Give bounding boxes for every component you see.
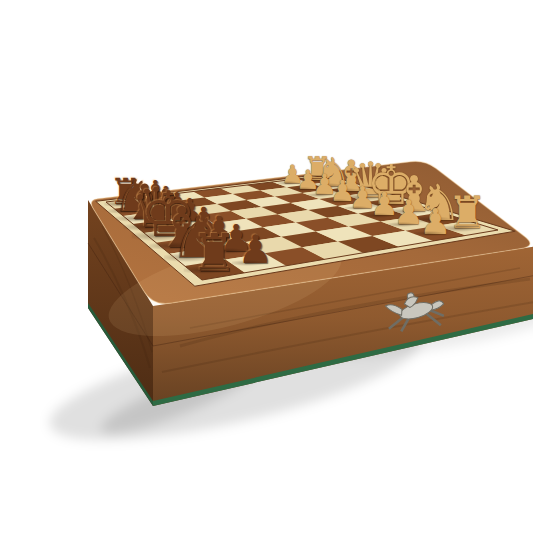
piece-shadow [441, 225, 480, 232]
black-bishop-glyph: ♝ [154, 199, 211, 256]
piece-shadow [104, 201, 135, 206]
piece-shadow [299, 178, 327, 183]
piece-white-knight-g1: ♞ [414, 178, 464, 228]
piece-white-pawn-a2: ♟ [280, 162, 306, 188]
piece-shadow [308, 193, 332, 197]
piece-black-knight-g8: ♞ [168, 209, 226, 267]
black-pawn-glyph: ♟ [218, 220, 255, 257]
black-bishop-glyph: ♝ [121, 178, 170, 227]
piece-shadow [342, 194, 384, 201]
piece-shadow [164, 253, 213, 262]
piece-white-pawn-h2: ♟ [418, 204, 453, 239]
piece-black-pawn-e7: ♟ [187, 203, 220, 236]
piece-white-queen-d1: ♛ [346, 157, 395, 206]
piece-shadow [132, 231, 186, 240]
piece-shadow [292, 187, 315, 191]
piece-black-knight-b8: ♞ [112, 174, 156, 218]
white-knight-glyph: ♞ [314, 153, 354, 193]
piece-black-pawn-c7: ♟ [162, 189, 192, 219]
black-knight-glyph: ♞ [168, 209, 226, 267]
piece-black-pawn-g7: ♟ [218, 220, 255, 257]
piece-shadow [326, 199, 351, 203]
black-queen-glyph: ♛ [128, 181, 183, 236]
piece-shadow [116, 215, 158, 222]
chess-set-photo: ♜♟♞♟♝♟♛♟♟♜♚♟♟♞♝♟♟♝♞♟♟♛♜♟♟♚♟♝♟♞♟♜ Angled … [40, 16, 533, 533]
piece-black-rook-h8: ♜ [188, 227, 240, 279]
white-pawn-glyph: ♟ [328, 177, 357, 206]
piece-white-bishop-f1: ♝ [389, 170, 439, 220]
black-knight-glyph: ♞ [112, 174, 156, 218]
piece-black-pawn-a7: ♟ [142, 177, 170, 205]
piece-shadow [198, 238, 228, 243]
white-pawn-glyph: ♟ [311, 171, 339, 199]
piece-shadow [184, 228, 213, 233]
white-queen-glyph: ♛ [346, 157, 395, 206]
piece-shadow [326, 188, 363, 194]
black-pawn-glyph: ♟ [201, 211, 236, 246]
white-pawn-glyph: ♟ [280, 162, 306, 188]
pieces-layer: ♜♟♞♟♝♟♛♟♟♜♚♟♟♞♝♟♟♝♞♟♟♛♜♟♟♚♟♝♟♞♟♜ [40, 16, 533, 533]
black-pawn-glyph: ♟ [162, 189, 192, 219]
piece-black-pawn-d7: ♟ [174, 195, 206, 227]
piece-shadow [366, 213, 393, 218]
piece-white-pawn-b2: ♟ [295, 167, 322, 194]
white-bishop-glyph: ♝ [389, 170, 439, 220]
white-pawn-glyph: ♟ [295, 167, 322, 194]
piece-shadow [359, 200, 406, 208]
piece-shadow [139, 198, 163, 202]
piece-shadow [214, 248, 246, 254]
black-rook-glyph: ♜ [107, 174, 143, 210]
piece-black-pawn-b7: ♟ [151, 183, 180, 212]
black-king-glyph: ♚ [137, 184, 199, 246]
piece-shadow [171, 219, 198, 224]
white-pawn-glyph: ♟ [392, 196, 426, 230]
black-pawn-glyph: ♟ [151, 183, 180, 212]
piece-shadow [149, 205, 174, 209]
black-pawn-glyph: ♟ [174, 195, 206, 227]
piece-shadow [160, 212, 186, 217]
black-rook-glyph: ♜ [188, 227, 240, 279]
piece-shadow [415, 231, 445, 236]
piece-shadow [149, 242, 198, 250]
piece-white-pawn-g2: ♟ [392, 196, 426, 230]
piece-white-rook-a1: ♜ [301, 153, 334, 186]
piece-shadow [310, 183, 344, 189]
white-rook-glyph: ♜ [445, 191, 490, 236]
piece-black-rook-a8: ♜ [107, 174, 143, 210]
piece-shadow [278, 181, 300, 185]
piece-white-king-e1: ♚ [364, 158, 419, 213]
black-pawn-glyph: ♟ [236, 230, 275, 269]
piece-white-knight-b1: ♞ [314, 153, 354, 193]
piece-black-queen-d8: ♛ [128, 181, 183, 236]
piece-white-pawn-d2: ♟ [328, 177, 357, 206]
piece-black-bishop-f8: ♝ [154, 199, 211, 256]
white-bishop-glyph: ♝ [330, 155, 373, 198]
piece-black-pawn-f7: ♟ [201, 211, 236, 246]
piece-shadow [124, 223, 171, 231]
piece-shadow [410, 216, 453, 224]
piece-white-pawn-e2: ♟ [347, 183, 377, 213]
white-king-glyph: ♚ [364, 158, 419, 213]
piece-shadow [385, 208, 428, 215]
piece-shadow [389, 222, 418, 227]
piece-white-bishop-c1: ♝ [330, 155, 373, 198]
piece-black-pawn-h7: ♟ [236, 230, 275, 269]
piece-black-king-e8: ♚ [137, 184, 199, 246]
white-knight-glyph: ♞ [414, 178, 464, 228]
piece-shadow [109, 208, 147, 215]
piece-shadow [232, 260, 266, 266]
piece-shadow [184, 266, 229, 274]
white-pawn-glyph: ♟ [418, 204, 453, 239]
black-pawn-glyph: ♟ [187, 203, 220, 236]
piece-black-bishop-c8: ♝ [121, 178, 170, 227]
piece-white-pawn-c2: ♟ [311, 171, 339, 199]
piece-white-rook-h1: ♜ [445, 191, 490, 236]
piece-white-pawn-f2: ♟ [368, 189, 400, 221]
white-rook-glyph: ♜ [301, 153, 334, 186]
black-pawn-glyph: ♟ [142, 177, 170, 205]
white-pawn-glyph: ♟ [347, 183, 377, 213]
white-pawn-glyph: ♟ [368, 189, 400, 221]
piece-shadow [345, 206, 371, 211]
